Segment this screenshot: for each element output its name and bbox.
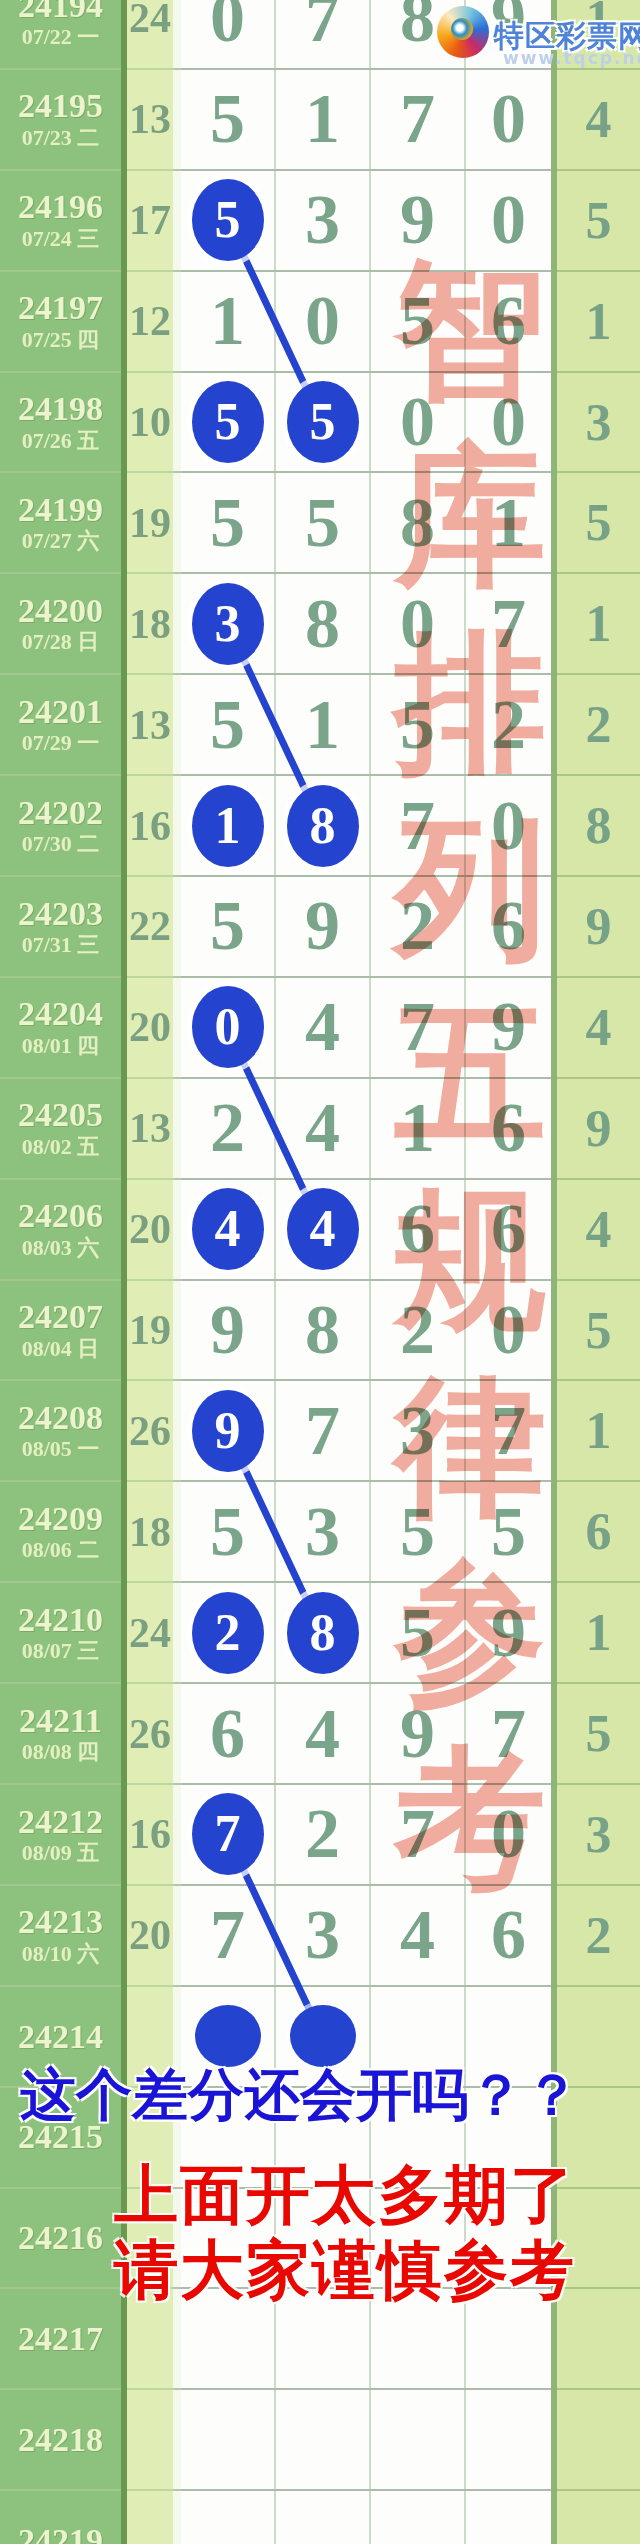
logo-swirl-icon: [437, 6, 489, 58]
site-url: www.tqcp.net: [503, 48, 640, 68]
column-gap: [173, 1684, 181, 1785]
table-row: 2420508/02 五1324169: [0, 1079, 640, 1180]
sum-cell: 20: [127, 1886, 173, 1987]
sum-cell: 22: [127, 877, 173, 978]
issue-number: 24195: [18, 87, 103, 124]
column-gap: [173, 373, 181, 474]
date-label: 07/30 二: [22, 831, 100, 857]
digit-cell: 7: [466, 574, 551, 675]
digit-cell: 4: [276, 978, 369, 1079]
digit-cell: 5: [371, 272, 464, 373]
issue-number: 24208: [18, 1399, 103, 1436]
issue-number: 24211: [19, 1702, 102, 1739]
digit-cell: [466, 2390, 551, 2491]
digit-cell: 8: [276, 1583, 369, 1684]
table-row: 2420408/01 四2004794: [0, 978, 640, 1079]
digit-cell: 9: [466, 1583, 551, 1684]
column-gap: [173, 978, 181, 1079]
digit-cell: 0: [371, 373, 464, 474]
digit-cell: 8: [276, 574, 369, 675]
table-row: 2420908/06 二1853556: [0, 1482, 640, 1583]
tail-cell: 5: [557, 1684, 640, 1785]
digit-cell: 5: [276, 473, 369, 574]
digit-cell: 6: [371, 1180, 464, 1281]
issue-cell: 2421108/08 四: [0, 1684, 121, 1785]
digit-cell: 6: [466, 272, 551, 373]
table-row: 24219: [0, 2491, 640, 2544]
highlight-circle: 2: [192, 1592, 264, 1674]
table-row: 2419607/24 三1753905: [0, 171, 640, 272]
digit-cell: 5: [181, 877, 274, 978]
issue-cell: 2421208/09 五: [0, 1785, 121, 1886]
digit-cell: 6: [466, 1886, 551, 1987]
digit-cell: 5: [181, 675, 274, 776]
table-row: 2419807/26 五1055003: [0, 373, 640, 474]
issue-cell: 2419407/22 一: [0, 0, 121, 70]
tail-cell: 5: [557, 1281, 640, 1382]
digit-cell: 1: [181, 776, 274, 877]
digit-cell: 1: [371, 1079, 464, 1180]
table-row: 2421308/10 六2073462: [0, 1886, 640, 1987]
tail-cell: 2: [557, 675, 640, 776]
sum-cell: 26: [127, 1381, 173, 1482]
column-gap: [173, 70, 181, 171]
issue-cell: 2420107/29 一: [0, 675, 121, 776]
issue-cell: 2419807/26 五: [0, 373, 121, 474]
table-row: 2419707/25 四1210561: [0, 272, 640, 373]
digit-cell: 0: [466, 776, 551, 877]
digit-cell: 4: [276, 1079, 369, 1180]
tail-cell: 5: [557, 473, 640, 574]
digit-cell: 9: [276, 877, 369, 978]
date-label: 07/31 三: [22, 932, 100, 958]
issue-cell: 2419707/25 四: [0, 272, 121, 373]
column-gap: [173, 877, 181, 978]
column-gap: [173, 1482, 181, 1583]
digit-cell: 0: [466, 373, 551, 474]
column-gap: [173, 473, 181, 574]
digit-cell: 5: [181, 473, 274, 574]
tail-cell: 3: [557, 373, 640, 474]
digit-cell: [276, 2390, 369, 2491]
issue-cell: 2421008/07 三: [0, 1583, 121, 1684]
highlight-circle: 5: [192, 381, 264, 463]
digit-cell: 9: [371, 1684, 464, 1785]
issue-number: 24213: [18, 1903, 103, 1940]
column-gap: [173, 1886, 181, 1987]
digit-cell: 0: [181, 978, 274, 1079]
sum-cell: 17: [127, 171, 173, 272]
date-label: 07/24 三: [22, 226, 100, 252]
issue-number: 24199: [18, 491, 103, 528]
tail-cell: [557, 2390, 640, 2491]
sum-cell: 18: [127, 574, 173, 675]
column-gap: [173, 1583, 181, 1684]
sum-cell: [127, 2491, 173, 2544]
digit-cell: 1: [466, 473, 551, 574]
digit-cell: 7: [371, 70, 464, 171]
digit-cell: 5: [371, 675, 464, 776]
tail-cell: 4: [557, 978, 640, 1079]
digit-cell: 0: [466, 171, 551, 272]
issue-number: 24218: [18, 2421, 103, 2458]
column-gap: [173, 1079, 181, 1180]
tail-cell: 9: [557, 877, 640, 978]
issue-number: 24219: [18, 2522, 103, 2544]
digit-cell: 2: [371, 877, 464, 978]
digit-cell: 3: [276, 1482, 369, 1583]
digit-cell: [181, 2390, 274, 2491]
highlight-circle: 5: [192, 179, 264, 261]
question-text: 这个差分还会开吗？？: [20, 2058, 640, 2134]
tail-cell: [557, 2491, 640, 2544]
highlight-circle: 1: [192, 785, 264, 867]
issue-cell: 24218: [0, 2390, 121, 2491]
digit-cell: 8: [276, 1281, 369, 1382]
issue-number: 24201: [18, 693, 103, 730]
column-gap: [173, 574, 181, 675]
column-gap: [173, 1281, 181, 1382]
sum-cell: 24: [127, 1583, 173, 1684]
date-label: 08/10 六: [22, 1941, 100, 1967]
highlight-circle: 9: [192, 1390, 264, 1472]
issue-cell: 2420808/05 一: [0, 1381, 121, 1482]
digit-cell: 3: [276, 171, 369, 272]
column-gap: [173, 2390, 181, 2491]
digit-cell: 2: [181, 1583, 274, 1684]
date-label: 08/08 四: [22, 1739, 100, 1765]
sum-cell: 13: [127, 1079, 173, 1180]
table-row: 2420207/30 二1618708: [0, 776, 640, 877]
digit-cell: 7: [276, 1381, 369, 1482]
warning-line-2: 请大家谨慎参考: [50, 2233, 640, 2308]
issue-number: 24214: [18, 2018, 103, 2055]
digit-cell: 6: [466, 1079, 551, 1180]
date-label: 08/05 一: [22, 1436, 100, 1462]
date-label: 08/04 日: [22, 1336, 100, 1362]
date-label: 07/25 四: [22, 327, 100, 353]
digit-cell: 5: [181, 70, 274, 171]
column-gap: [173, 272, 181, 373]
digit-cell: 7: [276, 0, 369, 70]
issue-number: 24210: [18, 1601, 103, 1638]
digit-cell: [181, 2491, 274, 2544]
digit-cell: 3: [181, 574, 274, 675]
digit-cell: [466, 2491, 551, 2544]
issue-cell: 24219: [0, 2491, 121, 2544]
highlight-circle: 8: [287, 785, 359, 867]
tail-cell: 2: [557, 1886, 640, 1987]
highlight-circle: 4: [192, 1188, 264, 1270]
highlight-circle: 5: [287, 381, 359, 463]
sum-cell: [127, 2390, 173, 2491]
sum-cell: 13: [127, 70, 173, 171]
digit-cell: 5: [181, 171, 274, 272]
issue-number: 24197: [18, 289, 103, 326]
column-gap: [173, 1381, 181, 1482]
sum-cell: 16: [127, 776, 173, 877]
table-row: 2421208/09 五1672703: [0, 1785, 640, 1886]
table-row: 2419507/23 二1351704: [0, 70, 640, 171]
digit-cell: 0: [181, 0, 274, 70]
digit-cell: 7: [466, 1381, 551, 1482]
issue-number: 24194: [18, 0, 103, 24]
digit-cell: 7: [371, 1785, 464, 1886]
issue-number: 24205: [18, 1096, 103, 1133]
date-label: 08/01 四: [22, 1033, 100, 1059]
issue-cell: 2419507/23 二: [0, 70, 121, 171]
table-row: 24218: [0, 2390, 640, 2491]
digit-cell: 3: [276, 1886, 369, 1987]
column-gap: [173, 171, 181, 272]
digit-cell: 7: [181, 1886, 274, 1987]
digit-cell: 2: [371, 1281, 464, 1382]
date-label: 07/26 五: [22, 428, 100, 454]
issue-number: 24217: [18, 2320, 103, 2357]
tail-cell: 1: [557, 1583, 640, 1684]
sum-cell: 13: [127, 675, 173, 776]
digit-cell: 7: [371, 978, 464, 1079]
issue-cell: 2419607/24 三: [0, 171, 121, 272]
issue-number: 24207: [18, 1298, 103, 1335]
sum-cell: 19: [127, 1281, 173, 1382]
tail-cell: 1: [557, 272, 640, 373]
issue-cell: 2420207/30 二: [0, 776, 121, 877]
digit-cell: 5: [276, 373, 369, 474]
tail-cell: 4: [557, 70, 640, 171]
issue-cell: 2420307/31 三: [0, 877, 121, 978]
digit-cell: 8: [276, 776, 369, 877]
issue-cell: 2420708/04 日: [0, 1281, 121, 1382]
issue-number: 24209: [18, 1500, 103, 1537]
warning-line-1: 上面开太多期了: [50, 2158, 640, 2233]
issue-cell: 2420908/06 二: [0, 1482, 121, 1583]
column-gap: [173, 0, 181, 70]
digit-cell: 2: [181, 1079, 274, 1180]
sum-cell: 20: [127, 978, 173, 1079]
warning-text: 上面开太多期了 请大家谨慎参考: [50, 2158, 640, 2308]
table-row: 2420007/28 日1838071: [0, 574, 640, 675]
date-label: 07/22 一: [22, 24, 100, 50]
digit-cell: 4: [276, 1180, 369, 1281]
sum-cell: 16: [127, 1785, 173, 1886]
digit-cell: 2: [466, 675, 551, 776]
highlight-circle: 8: [287, 1592, 359, 1674]
date-label: 07/28 日: [22, 629, 100, 655]
digit-cell: 2: [276, 1785, 369, 1886]
digit-cell: 5: [371, 1482, 464, 1583]
highlight-circle: 4: [287, 1188, 359, 1270]
digit-cell: 6: [466, 877, 551, 978]
digit-cell: 0: [466, 1281, 551, 1382]
sum-cell: 18: [127, 1482, 173, 1583]
date-label: 08/09 五: [22, 1840, 100, 1866]
digit-cell: 5: [181, 1482, 274, 1583]
digit-cell: 0: [466, 1785, 551, 1886]
issue-cell: 2420007/28 日: [0, 574, 121, 675]
table-row: 2421008/07 三2428591: [0, 1583, 640, 1684]
tail-cell: 4: [557, 1180, 640, 1281]
date-label: 07/27 六: [22, 528, 100, 554]
issue-cell: 2421308/10 六: [0, 1886, 121, 1987]
column-gap: [173, 1785, 181, 1886]
table-row: 2420708/04 日1998205: [0, 1281, 640, 1382]
digit-cell: 7: [181, 1785, 274, 1886]
table-row: 2421108/08 四2664975: [0, 1684, 640, 1785]
table-row: 2420808/05 一2697371: [0, 1381, 640, 1482]
issue-number: 24200: [18, 592, 103, 629]
digit-cell: 5: [466, 1482, 551, 1583]
digit-cell: [276, 2491, 369, 2544]
digit-cell: [371, 2491, 464, 2544]
tail-cell: 9: [557, 1079, 640, 1180]
tail-cell: 1: [557, 1381, 640, 1482]
column-gap: [173, 675, 181, 776]
digit-cell: 4: [276, 1684, 369, 1785]
tail-cell: 8: [557, 776, 640, 877]
digit-cell: 4: [181, 1180, 274, 1281]
digit-cell: 9: [181, 1381, 274, 1482]
table-row: 2420307/31 三2259269: [0, 877, 640, 978]
sum-cell: 12: [127, 272, 173, 373]
tail-cell: 5: [557, 171, 640, 272]
digit-cell: 9: [371, 171, 464, 272]
sum-cell: 24: [127, 0, 173, 70]
table-row: 2419907/27 六1955815: [0, 473, 640, 574]
tail-cell: 1: [557, 574, 640, 675]
sum-cell: 19: [127, 473, 173, 574]
digit-cell: 9: [181, 1281, 274, 1382]
date-label: 08/06 二: [22, 1537, 100, 1563]
digit-cell: 1: [181, 272, 274, 373]
issue-number: 24206: [18, 1197, 103, 1234]
digit-cell: 0: [371, 574, 464, 675]
sum-cell: 10: [127, 373, 173, 474]
digit-cell: 9: [466, 978, 551, 1079]
highlight-circle: 7: [192, 1793, 264, 1875]
issue-number: 24198: [18, 390, 103, 427]
issue-number: 24202: [18, 794, 103, 831]
sum-cell: 20: [127, 1180, 173, 1281]
sum-cell: 26: [127, 1684, 173, 1785]
digit-cell: 5: [371, 1583, 464, 1684]
date-label: 08/03 六: [22, 1235, 100, 1261]
date-label: 08/02 五: [22, 1134, 100, 1160]
issue-cell: 2420408/01 四: [0, 978, 121, 1079]
table-row: 2420107/29 一1351522: [0, 675, 640, 776]
issue-number: 24196: [18, 188, 103, 225]
highlight-circle: 3: [192, 583, 264, 665]
column-gap: [173, 776, 181, 877]
issue-number: 24203: [18, 895, 103, 932]
digit-cell: 4: [371, 1886, 464, 1987]
issue-cell: 2420508/02 五: [0, 1079, 121, 1180]
issue-cell: 2419907/27 六: [0, 473, 121, 574]
tail-cell: 3: [557, 1785, 640, 1886]
digit-cell: 5: [181, 373, 274, 474]
issue-cell: 2420608/03 六: [0, 1180, 121, 1281]
digit-cell: 3: [371, 1381, 464, 1482]
table-row: 2420608/03 六2044664: [0, 1180, 640, 1281]
date-label: 07/23 二: [22, 125, 100, 151]
date-label: 08/07 三: [22, 1638, 100, 1664]
digit-cell: 0: [466, 70, 551, 171]
highlight-circle: 0: [192, 986, 264, 1068]
digit-cell: 6: [181, 1684, 274, 1785]
issue-number: 24212: [18, 1803, 103, 1840]
digit-cell: 0: [276, 272, 369, 373]
digit-cell: [371, 2390, 464, 2491]
digit-cell: 1: [276, 675, 369, 776]
digit-cell: 6: [466, 1180, 551, 1281]
date-label: 07/29 一: [22, 730, 100, 756]
digit-cell: 7: [371, 776, 464, 877]
digit-cell: 8: [371, 473, 464, 574]
digit-cell: 1: [276, 70, 369, 171]
column-gap: [173, 1180, 181, 1281]
tail-cell: 6: [557, 1482, 640, 1583]
column-gap: [173, 2491, 181, 2544]
digit-cell: 7: [466, 1684, 551, 1785]
issue-number: 24204: [18, 995, 103, 1032]
